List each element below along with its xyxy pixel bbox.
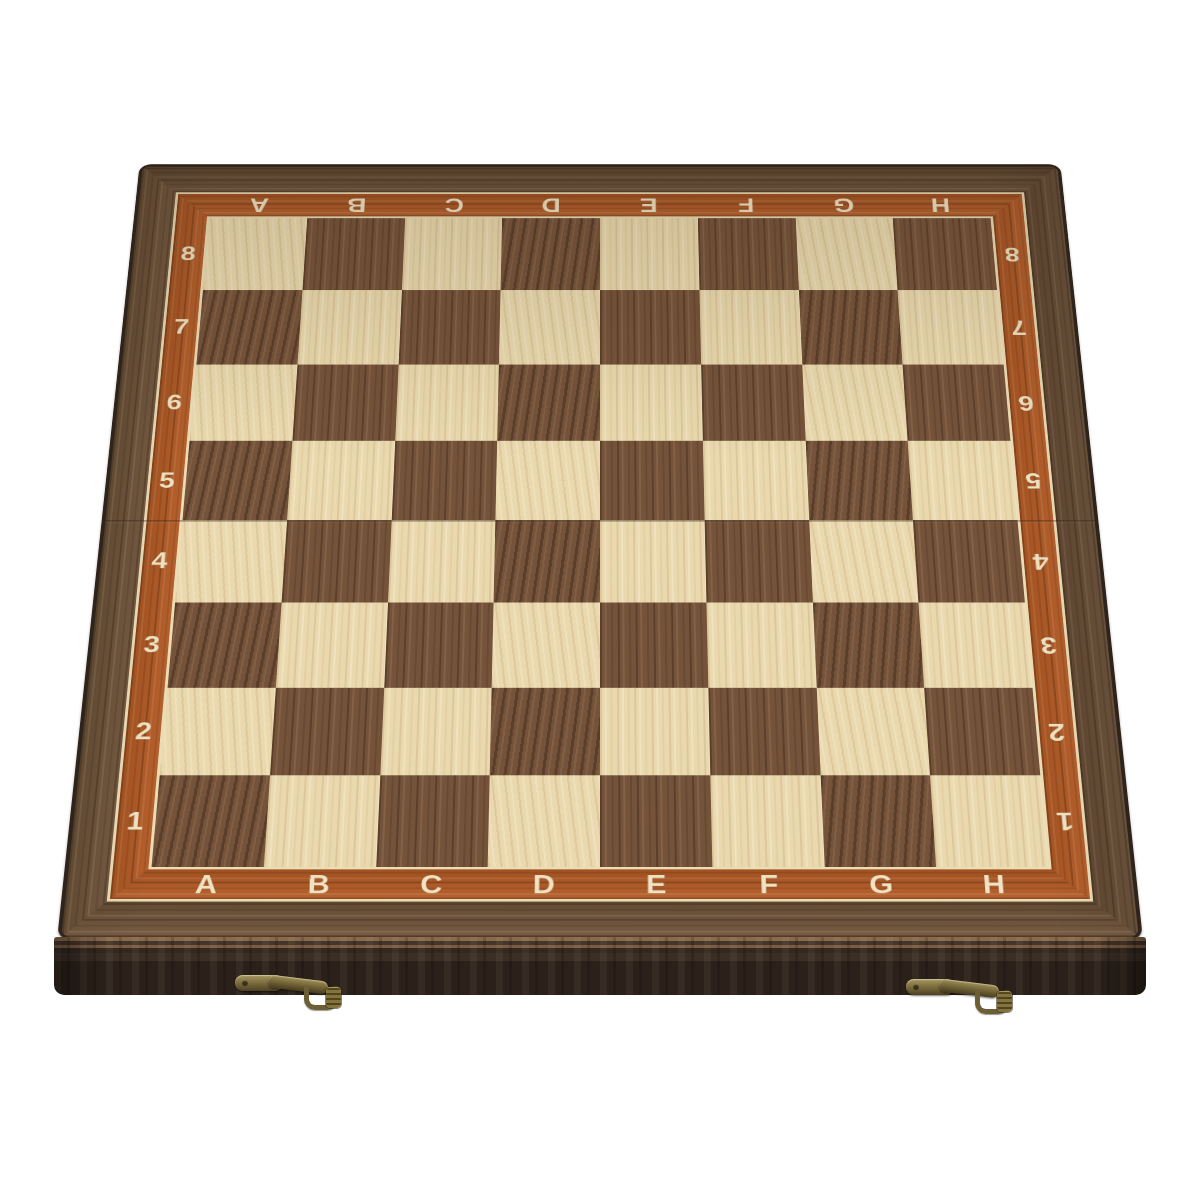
board-face: ABCDEFGH ABCDEFGH 87654321 87654321 [61, 167, 1138, 937]
walnut-frame-top [140, 167, 1060, 193]
clasp-barrel [997, 991, 1012, 1012]
files-top-label-g: G [794, 194, 893, 216]
fold-seam [105, 520, 1095, 521]
ranks-left-label-7: 7 [162, 290, 201, 364]
files-bottom-label-a: A [149, 869, 264, 899]
brass-clasp-left [232, 966, 350, 1016]
ranks-left-label-6: 6 [154, 364, 193, 441]
files-bottom-label-b: B [261, 869, 375, 899]
ranks-left-label-8: 8 [169, 218, 207, 290]
file-labels-bottom: ABCDEFGH [149, 869, 1052, 899]
files-top-label-a: A [210, 194, 309, 216]
files-top-label-h: H [891, 194, 990, 216]
files-top-label-b: B [307, 194, 406, 216]
files-bottom-label-h: H [937, 869, 1052, 899]
files-bottom-label-e: E [600, 869, 713, 899]
clasp-barrel [326, 987, 341, 1008]
files-top-label-c: C [405, 194, 503, 216]
files-top-label-d: D [502, 194, 600, 216]
files-top-label-f: F [697, 194, 795, 216]
files-top-label-e: E [600, 194, 698, 216]
walnut-frame-bottom [61, 902, 1138, 937]
files-bottom-label-c: C [374, 869, 487, 899]
files-bottom-label-g: G [824, 869, 938, 899]
maple-pinstripe-inner [148, 216, 1051, 869]
clasp-screw [242, 980, 248, 986]
files-bottom-label-d: D [487, 869, 600, 899]
files-bottom-label-f: F [712, 869, 825, 899]
clasp-screw [913, 984, 919, 990]
brass-clasp-right [903, 970, 1021, 1020]
product-photo-scene: ABCDEFGH ABCDEFGH 87654321 87654321 [0, 0, 1200, 1200]
file-labels-top: ABCDEFGH [210, 194, 991, 216]
chess-board: ABCDEFGH ABCDEFGH 87654321 87654321 [57, 164, 1143, 940]
